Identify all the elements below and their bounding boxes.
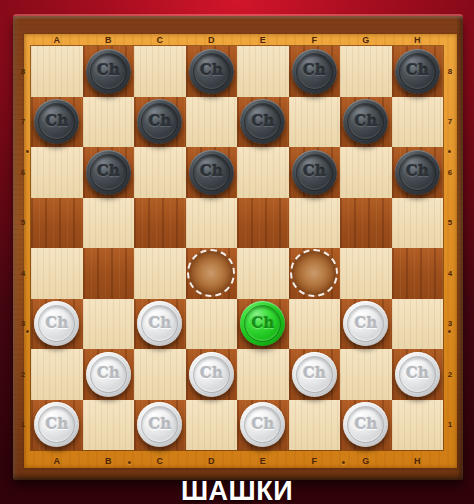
piece-logo: Ch: [354, 112, 377, 130]
square-g2: [340, 349, 392, 400]
square-f5: [289, 198, 341, 249]
square-f7: [289, 97, 341, 148]
square-d4[interactable]: [186, 248, 238, 299]
coordinate-label: 1: [18, 400, 28, 451]
dark-piece-b8[interactable]: Ch: [86, 49, 131, 94]
dark-piece-d6[interactable]: Ch: [189, 150, 234, 195]
game-screen: ABCDEFGH ABCDEFGH 87654321 87654321 ChCh…: [0, 0, 474, 504]
square-b1: [83, 400, 135, 451]
board-grid: ChChChChChChChChChChChChChChChChChChChCh…: [31, 46, 443, 450]
piece-logo: Ch: [354, 314, 377, 332]
square-c6: [134, 147, 186, 198]
square-a1[interactable]: Ch: [31, 400, 83, 451]
coordinate-label: A: [31, 455, 83, 467]
rank-labels-left: 87654321: [18, 46, 28, 450]
coordinate-label: B: [83, 455, 135, 467]
square-h2[interactable]: Ch: [392, 349, 444, 400]
square-h4[interactable]: [392, 248, 444, 299]
coordinate-label: 7: [18, 97, 28, 148]
square-b5: [83, 198, 135, 249]
square-e5[interactable]: [237, 198, 289, 249]
coordinate-label: 4: [18, 248, 28, 299]
piece-logo: Ch: [251, 112, 274, 130]
coordinate-label: 5: [445, 198, 455, 249]
square-h1: [392, 400, 444, 451]
piece-logo: Ch: [45, 415, 68, 433]
square-b7: [83, 97, 135, 148]
square-d6[interactable]: Ch: [186, 147, 238, 198]
square-e3[interactable]: Ch: [237, 299, 289, 350]
square-a7[interactable]: Ch: [31, 97, 83, 148]
square-e2: [237, 349, 289, 400]
piece-logo: Ch: [200, 364, 223, 382]
square-h8[interactable]: Ch: [392, 46, 444, 97]
square-c8: [134, 46, 186, 97]
square-h3: [392, 299, 444, 350]
square-b3: [83, 299, 135, 350]
square-h7: [392, 97, 444, 148]
file-labels-top: ABCDEFGH: [31, 34, 443, 46]
light-piece-b2[interactable]: Ch: [86, 352, 131, 397]
square-f8[interactable]: Ch: [289, 46, 341, 97]
piece-logo: Ch: [200, 61, 223, 79]
square-d2[interactable]: Ch: [186, 349, 238, 400]
coordinate-label: 5: [18, 198, 28, 249]
light-piece-a3[interactable]: Ch: [34, 301, 79, 346]
coordinate-label: G: [340, 455, 392, 467]
coordinate-label: C: [134, 455, 186, 467]
piece-logo: Ch: [303, 162, 326, 180]
dark-piece-f8[interactable]: Ch: [292, 49, 337, 94]
piece-logo: Ch: [45, 314, 68, 332]
coordinate-label: C: [134, 34, 186, 46]
piece-logo: Ch: [251, 415, 274, 433]
square-e8: [237, 46, 289, 97]
square-c3[interactable]: Ch: [134, 299, 186, 350]
light-piece-f2[interactable]: Ch: [292, 352, 337, 397]
square-g4: [340, 248, 392, 299]
square-a8: [31, 46, 83, 97]
dark-piece-h6[interactable]: Ch: [395, 150, 440, 195]
square-d3: [186, 299, 238, 350]
square-b8[interactable]: Ch: [83, 46, 135, 97]
piece-logo: Ch: [148, 112, 171, 130]
square-c5[interactable]: [134, 198, 186, 249]
dark-piece-h8[interactable]: Ch: [395, 49, 440, 94]
square-a5[interactable]: [31, 198, 83, 249]
square-f1: [289, 400, 341, 451]
piece-logo: Ch: [354, 415, 377, 433]
piece-logo: Ch: [251, 314, 274, 332]
square-e1[interactable]: Ch: [237, 400, 289, 451]
coordinate-label: 1: [445, 400, 455, 451]
square-h6[interactable]: Ch: [392, 147, 444, 198]
square-d1: [186, 400, 238, 451]
dark-piece-f6[interactable]: Ch: [292, 150, 337, 195]
dark-piece-d8[interactable]: Ch: [189, 49, 234, 94]
piece-logo: Ch: [303, 364, 326, 382]
piece-logo: Ch: [406, 364, 429, 382]
square-f4[interactable]: [289, 248, 341, 299]
square-f6[interactable]: Ch: [289, 147, 341, 198]
square-e7[interactable]: Ch: [237, 97, 289, 148]
move-hint-d4[interactable]: [187, 249, 235, 297]
square-d7: [186, 97, 238, 148]
piece-logo: Ch: [406, 61, 429, 79]
coordinate-label: D: [186, 455, 238, 467]
dark-piece-c7[interactable]: Ch: [137, 99, 182, 144]
dark-piece-b6[interactable]: Ch: [86, 150, 131, 195]
piece-logo: Ch: [97, 61, 120, 79]
piece-logo: Ch: [97, 162, 120, 180]
coordinate-label: 6: [18, 147, 28, 198]
light-piece-g3[interactable]: Ch: [343, 301, 388, 346]
square-h5: [392, 198, 444, 249]
piece-logo: Ch: [406, 162, 429, 180]
square-g6: [340, 147, 392, 198]
coordinate-label: F: [289, 455, 341, 467]
square-f2[interactable]: Ch: [289, 349, 341, 400]
piece-logo: Ch: [200, 162, 223, 180]
move-hint-f4[interactable]: [290, 249, 338, 297]
square-b2[interactable]: Ch: [83, 349, 135, 400]
square-a2: [31, 349, 83, 400]
coordinate-label: G: [340, 34, 392, 46]
piece-logo: Ch: [303, 61, 326, 79]
square-g7[interactable]: Ch: [340, 97, 392, 148]
square-d5: [186, 198, 238, 249]
square-g1[interactable]: Ch: [340, 400, 392, 451]
dark-piece-a7[interactable]: Ch: [34, 99, 79, 144]
dark-piece-e7[interactable]: Ch: [240, 99, 285, 144]
piece-logo: Ch: [148, 314, 171, 332]
coordinate-label: E: [237, 455, 289, 467]
light-piece-g1[interactable]: Ch: [343, 402, 388, 447]
square-e6: [237, 147, 289, 198]
coordinate-label: H: [392, 455, 444, 467]
square-c7[interactable]: Ch: [134, 97, 186, 148]
square-b4[interactable]: [83, 248, 135, 299]
square-a4: [31, 248, 83, 299]
coordinate-label: D: [186, 34, 238, 46]
file-labels-bottom: ABCDEFGH: [31, 455, 443, 467]
coordinate-label: 8: [18, 46, 28, 97]
dark-piece-g7[interactable]: Ch: [343, 99, 388, 144]
light-piece-d2[interactable]: Ch: [189, 352, 234, 397]
piece-logo: Ch: [97, 364, 120, 382]
game-title: ШАШКИ: [0, 476, 474, 504]
square-c4: [134, 248, 186, 299]
coordinate-label: 4: [445, 248, 455, 299]
light-piece-e1[interactable]: Ch: [240, 402, 285, 447]
coordinate-label: 3: [445, 299, 455, 350]
coordinate-label: 2: [445, 349, 455, 400]
square-b6[interactable]: Ch: [83, 147, 135, 198]
coordinate-label: 3: [18, 299, 28, 350]
square-c1[interactable]: Ch: [134, 400, 186, 451]
square-e4: [237, 248, 289, 299]
coordinate-label: F: [289, 34, 341, 46]
coordinate-label: A: [31, 34, 83, 46]
coordinate-label: 8: [445, 46, 455, 97]
square-d8[interactable]: Ch: [186, 46, 238, 97]
square-g8: [340, 46, 392, 97]
coordinate-label: E: [237, 34, 289, 46]
piece-logo: Ch: [148, 415, 171, 433]
square-f3: [289, 299, 341, 350]
square-g3[interactable]: Ch: [340, 299, 392, 350]
piece-logo: Ch: [45, 112, 68, 130]
square-a3[interactable]: Ch: [31, 299, 83, 350]
square-g5[interactable]: [340, 198, 392, 249]
light-piece-a1[interactable]: Ch: [34, 402, 79, 447]
light-piece-h2[interactable]: Ch: [395, 352, 440, 397]
coordinate-label: 6: [445, 147, 455, 198]
coordinate-label: 7: [445, 97, 455, 148]
square-c2: [134, 349, 186, 400]
coordinate-label: 2: [18, 349, 28, 400]
coordinate-label: H: [392, 34, 444, 46]
coordinate-label: B: [83, 34, 135, 46]
rank-labels-right: 87654321: [445, 46, 455, 450]
square-a6: [31, 147, 83, 198]
selected-piece-e3[interactable]: Ch: [240, 301, 285, 346]
light-piece-c1[interactable]: Ch: [137, 402, 182, 447]
light-piece-c3[interactable]: Ch: [137, 301, 182, 346]
